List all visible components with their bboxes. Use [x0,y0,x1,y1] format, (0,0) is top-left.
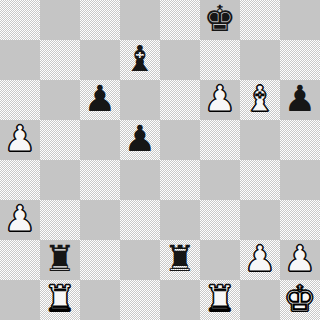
square-h8[interactable] [280,0,320,40]
square-b1[interactable]: ♜ [40,280,80,320]
black-pawn[interactable]: ♟ [84,80,116,119]
square-c3[interactable] [80,200,120,240]
square-a8[interactable] [0,0,40,40]
square-h3[interactable] [280,200,320,240]
black-rook[interactable]: ♜ [164,240,196,279]
white-pawn[interactable]: ♟ [204,80,236,119]
square-g6[interactable]: ♝ [240,80,280,120]
square-b3[interactable] [40,200,80,240]
square-b4[interactable] [40,160,80,200]
square-d5[interactable]: ♟ [120,120,160,160]
square-c8[interactable] [80,0,120,40]
square-b5[interactable] [40,120,80,160]
square-a6[interactable] [0,80,40,120]
square-h6[interactable]: ♟ [280,80,320,120]
square-c1[interactable] [80,280,120,320]
white-pawn[interactable]: ♟ [284,240,316,279]
chess-board: ♚♝♟♟♝♟♟♟♟♜♜♟♟♜♜♚ [0,0,320,320]
white-rook[interactable]: ♜ [204,280,236,319]
square-c2[interactable] [80,240,120,280]
white-pawn[interactable]: ♟ [4,200,36,239]
black-pawn[interactable]: ♟ [284,80,316,119]
square-e2[interactable]: ♜ [160,240,200,280]
square-e7[interactable] [160,40,200,80]
square-c6[interactable]: ♟ [80,80,120,120]
white-pawn[interactable]: ♟ [4,120,36,159]
black-rook[interactable]: ♜ [44,240,76,279]
square-a4[interactable] [0,160,40,200]
square-h2[interactable]: ♟ [280,240,320,280]
white-rook[interactable]: ♜ [44,280,76,319]
square-g2[interactable]: ♟ [240,240,280,280]
square-a3[interactable]: ♟ [0,200,40,240]
square-c7[interactable] [80,40,120,80]
square-b6[interactable] [40,80,80,120]
square-a5[interactable]: ♟ [0,120,40,160]
square-b7[interactable] [40,40,80,80]
square-e6[interactable] [160,80,200,120]
square-a7[interactable] [0,40,40,80]
square-f5[interactable] [200,120,240,160]
square-f8[interactable]: ♚ [200,0,240,40]
square-g5[interactable] [240,120,280,160]
square-e3[interactable] [160,200,200,240]
square-g4[interactable] [240,160,280,200]
white-bishop[interactable]: ♝ [244,80,276,119]
square-g7[interactable] [240,40,280,80]
square-e1[interactable] [160,280,200,320]
square-g1[interactable] [240,280,280,320]
square-d1[interactable] [120,280,160,320]
square-h5[interactable] [280,120,320,160]
square-e4[interactable] [160,160,200,200]
square-b2[interactable]: ♜ [40,240,80,280]
white-pawn[interactable]: ♟ [244,240,276,279]
square-f1[interactable]: ♜ [200,280,240,320]
black-bishop[interactable]: ♝ [124,40,156,79]
square-e5[interactable] [160,120,200,160]
white-king[interactable]: ♚ [284,280,316,319]
square-f7[interactable] [200,40,240,80]
black-king[interactable]: ♚ [204,0,236,39]
square-d3[interactable] [120,200,160,240]
square-d2[interactable] [120,240,160,280]
square-h4[interactable] [280,160,320,200]
square-a2[interactable] [0,240,40,280]
square-d8[interactable] [120,0,160,40]
square-b8[interactable] [40,0,80,40]
square-f4[interactable] [200,160,240,200]
square-f3[interactable] [200,200,240,240]
square-c4[interactable] [80,160,120,200]
square-g3[interactable] [240,200,280,240]
square-d4[interactable] [120,160,160,200]
square-f2[interactable] [200,240,240,280]
square-d6[interactable] [120,80,160,120]
black-pawn[interactable]: ♟ [124,120,156,159]
square-h7[interactable] [280,40,320,80]
square-e8[interactable] [160,0,200,40]
square-h1[interactable]: ♚ [280,280,320,320]
square-c5[interactable] [80,120,120,160]
square-d7[interactable]: ♝ [120,40,160,80]
square-f6[interactable]: ♟ [200,80,240,120]
square-a1[interactable] [0,280,40,320]
square-g8[interactable] [240,0,280,40]
